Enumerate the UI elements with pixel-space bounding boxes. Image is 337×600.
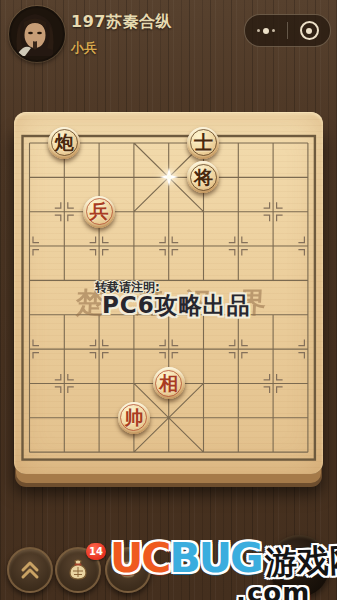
close-button[interactable] — [288, 15, 330, 46]
wechat-capsule — [244, 14, 331, 47]
double-chevron-up-icon — [17, 557, 43, 583]
money-bag-icon — [64, 556, 92, 584]
avatar — [9, 6, 65, 62]
piece-black-advisor[interactable]: 士 — [187, 127, 219, 159]
piece-black-cannon[interactable]: 炮 — [48, 127, 80, 159]
ucbug-watermark: UCBUG游戏网 .com — [110, 534, 337, 584]
move-highlight-sparkle-icon — [159, 167, 179, 187]
level-title: 197苏秦合纵 — [71, 12, 172, 33]
title-block: 197苏秦合纵 小兵 — [71, 12, 172, 57]
close-circle-icon — [300, 21, 319, 40]
header: 197苏秦合纵 小兵 — [0, 0, 337, 64]
ucbug-dotcom-text: .com — [236, 578, 310, 600]
player-name: 小兵 — [71, 39, 172, 57]
bag-badge: 14 — [86, 543, 106, 560]
piece-red-soldier[interactable]: 兵 — [83, 196, 115, 228]
app-screen: 197苏秦合纵 小兵 楚河 汉界 炮士将兵相帅 转载请注明: PC6攻略出品 — [0, 0, 337, 600]
ucbug-bug-text: BUG — [169, 534, 261, 582]
ellipsis-icon — [257, 28, 275, 34]
avatar-portrait-icon — [11, 8, 59, 56]
rank-up-button[interactable] — [7, 547, 53, 593]
ucbug-uc-text: UC — [110, 534, 169, 582]
more-button[interactable] — [245, 15, 287, 46]
piece-red-elephant[interactable]: 相 — [153, 367, 185, 399]
piece-black-general[interactable]: 将 — [187, 161, 219, 193]
piece-red-general[interactable]: 帅 — [118, 402, 150, 434]
watermark-pc6: PC6攻略出品 — [102, 290, 251, 321]
